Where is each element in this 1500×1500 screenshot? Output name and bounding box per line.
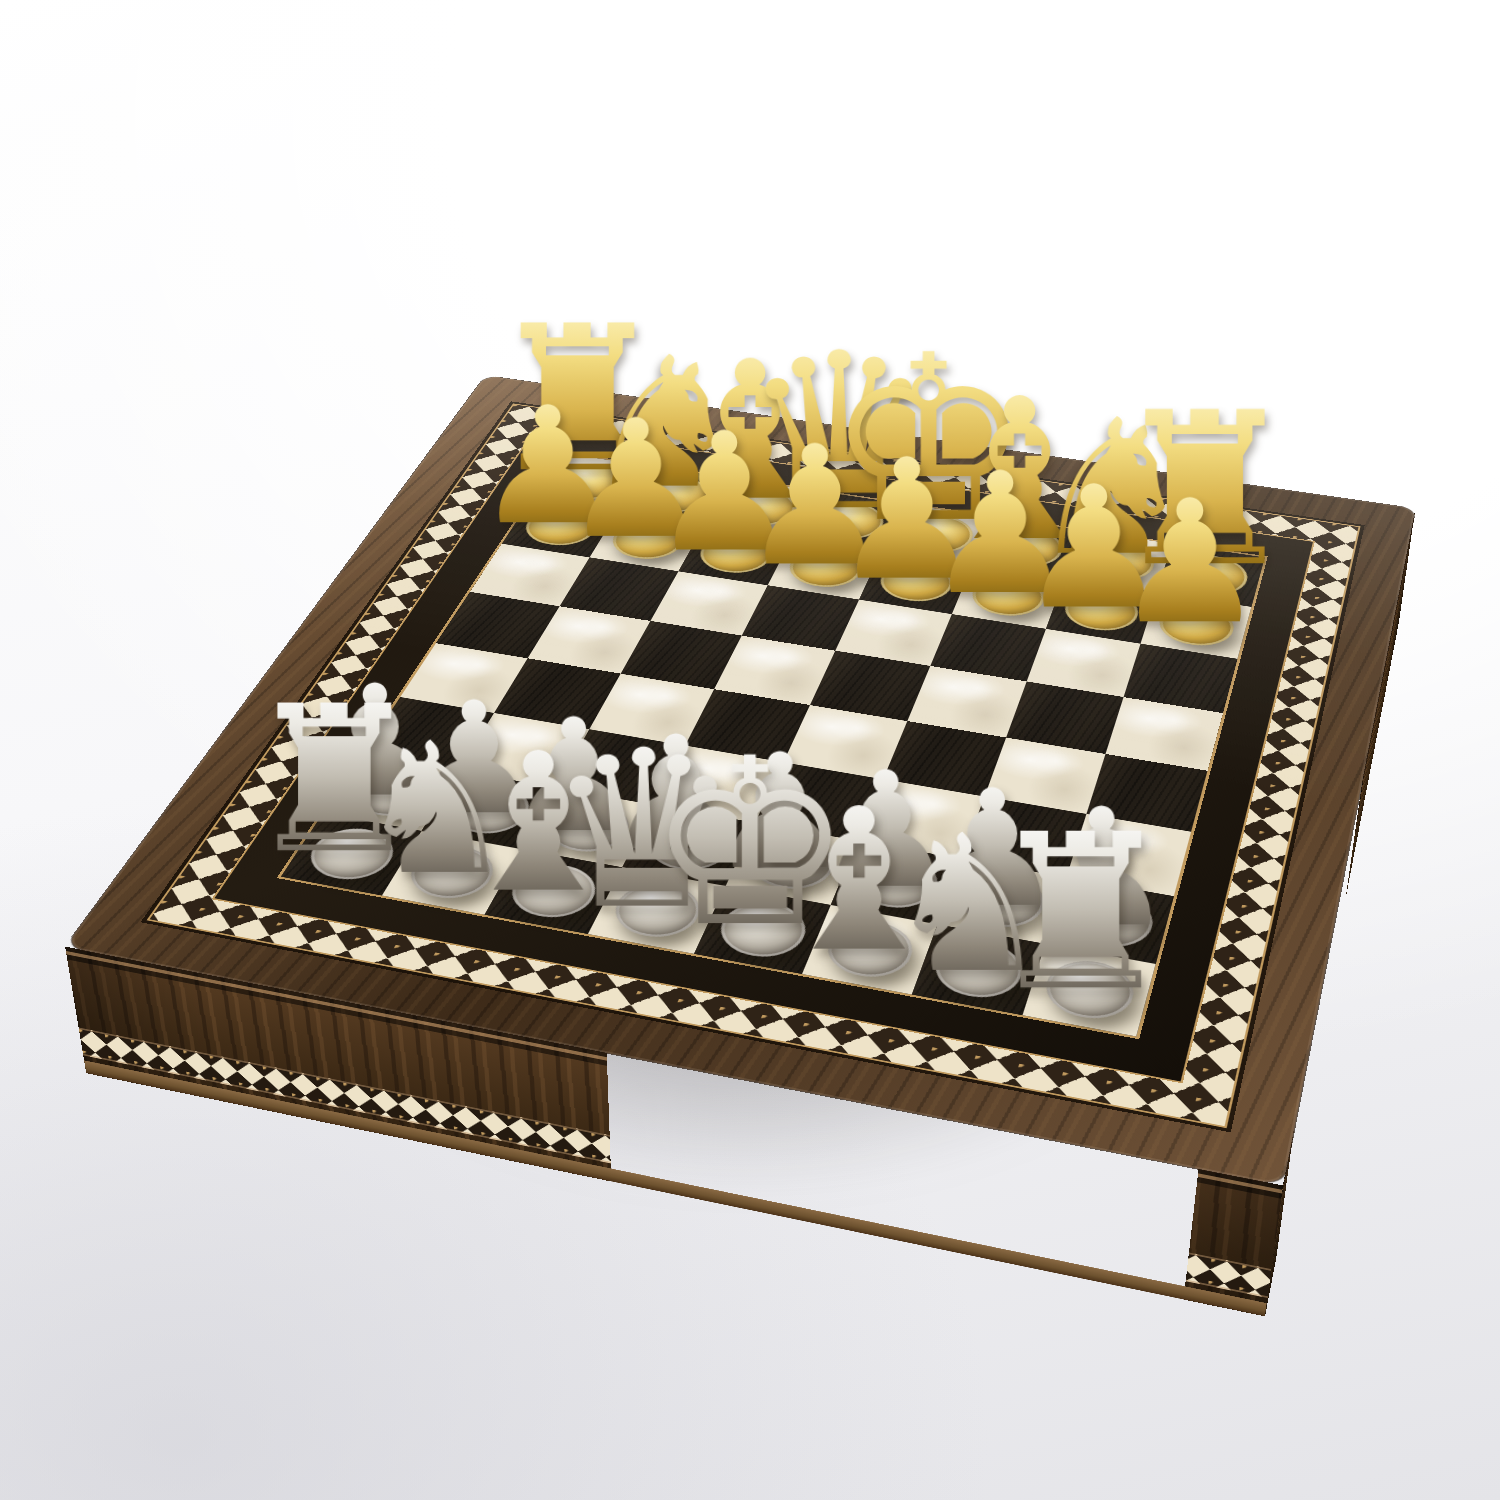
chess-box: ♜♞♝♛♚♝♞♜♟♟♟♟♟♟♟♟♟♟♟♟♟♟♟♟♜♞♝♛♚♝♞♜: [65, 375, 1415, 1185]
chess-board: ♜♞♝♛♚♝♞♜♟♟♟♟♟♟♟♟♟♟♟♟♟♟♟♟♜♞♝♛♚♝♞♜: [281, 453, 1265, 1036]
perspective-space: ♜♞♝♛♚♝♞♜♟♟♟♟♟♟♟♟♟♟♟♟♟♟♟♟♜♞♝♛♚♝♞♜: [0, 0, 1500, 1500]
black-border-band: ♜♞♝♛♚♝♞♜♟♟♟♟♟♟♟♟♟♟♟♟♟♟♟♟♜♞♝♛♚♝♞♜: [211, 427, 1315, 1084]
square-h5[interactable]: [1106, 697, 1223, 771]
square-h7[interactable]: ♟: [1141, 592, 1252, 658]
product-photo-scene: ♜♞♝♛♚♝♞♜♟♟♟♟♟♟♟♟♟♟♟♟♟♟♟♟♜♞♝♛♚♝♞♜: [0, 0, 1500, 1500]
gold-black-pawn[interactable]: ♟: [1114, 477, 1267, 647]
square-h1[interactable]: ♜: [1023, 944, 1156, 1036]
square-h6[interactable]: [1124, 643, 1238, 713]
silver-white-rook[interactable]: ♜: [985, 807, 1177, 1021]
